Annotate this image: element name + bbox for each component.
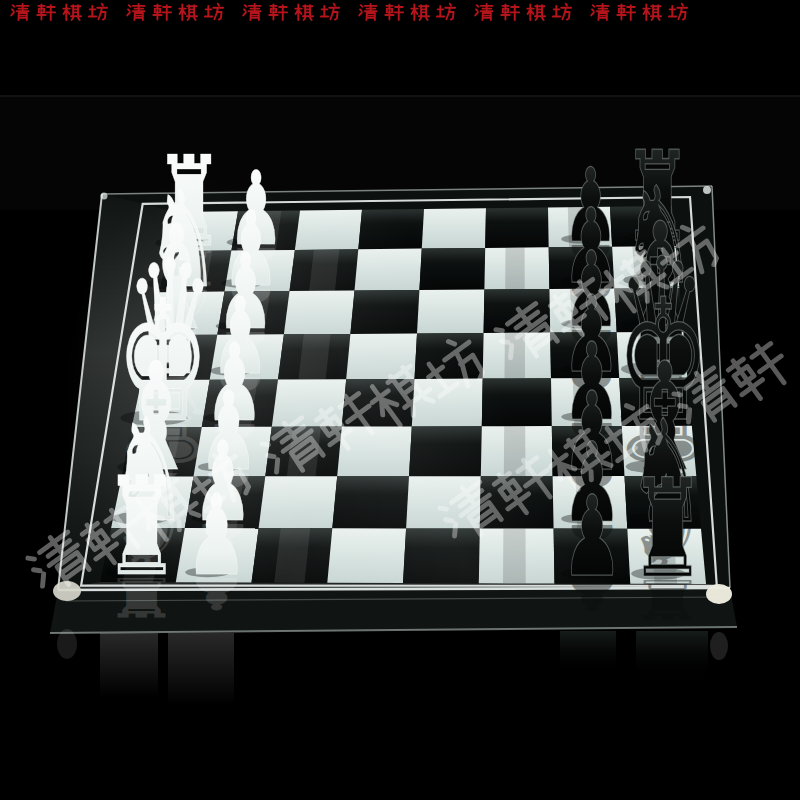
corner-highlight-far-left [101, 193, 108, 200]
black-rook: ♜ [630, 449, 706, 608]
chessboard-render: ♜♜♟♟♟♟♜♜♞♞♟♟♟♟♞♞♝♝♟♟♟♟♝♝♛♛♟♟♟♟♛♛♚♚♟♟♟♟♚♚… [0, 0, 800, 800]
white-rook: ♜ [104, 448, 180, 607]
rubber-foot-right [706, 584, 732, 604]
black-pawn: ♟ [561, 472, 623, 602]
backdrop-seam [0, 95, 800, 97]
glass-chess-set-photo: ♜♜♟♟♟♟♜♜♞♞♟♟♟♟♞♞♝♝♟♟♟♟♝♝♛♛♟♟♟♟♛♛♚♚♟♟♟♟♚♚… [0, 0, 800, 800]
corner-highlight-far-right [703, 186, 711, 194]
